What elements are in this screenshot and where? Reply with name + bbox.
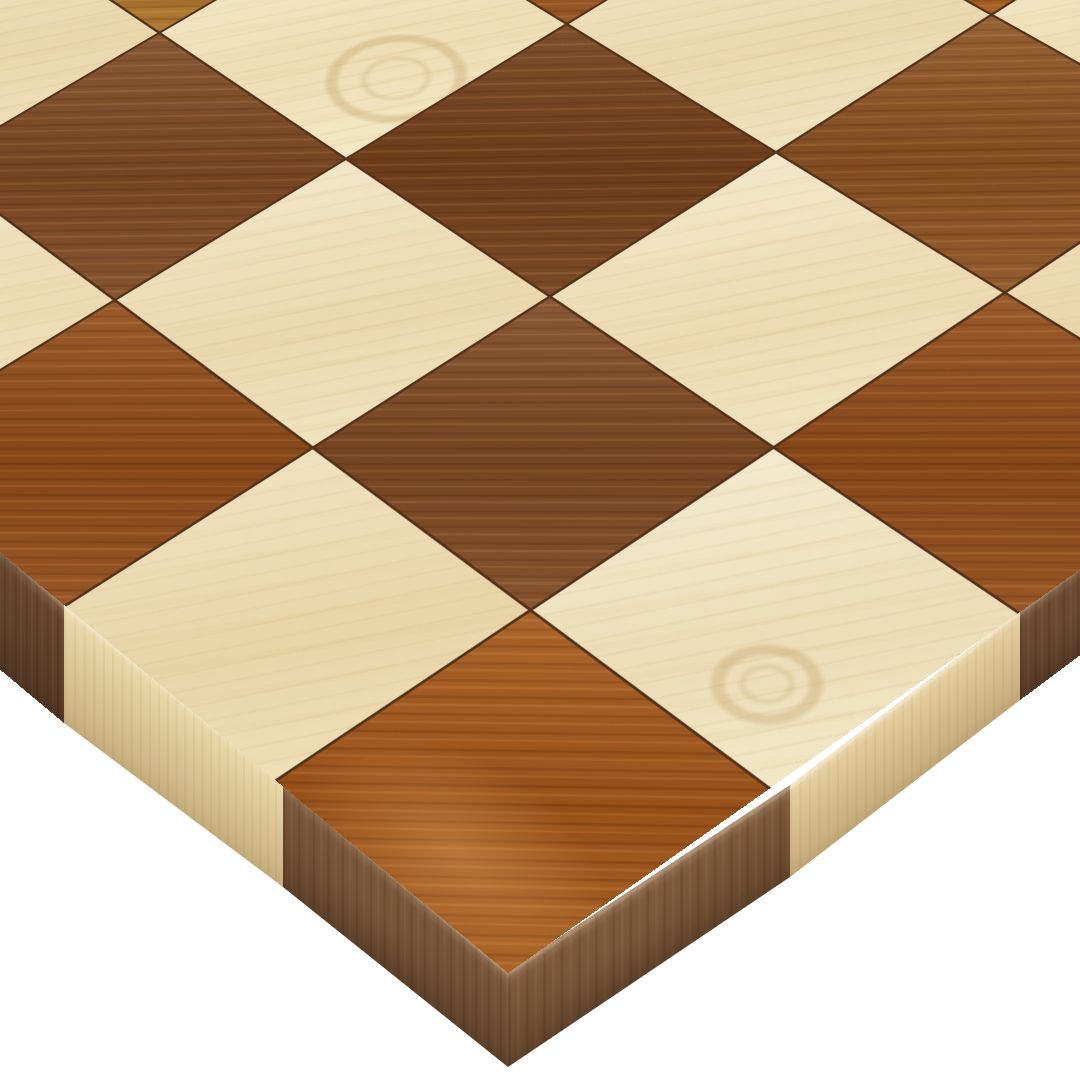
- chessboard-product-photo: [0, 0, 1080, 1080]
- board-top: [0, 0, 1080, 973]
